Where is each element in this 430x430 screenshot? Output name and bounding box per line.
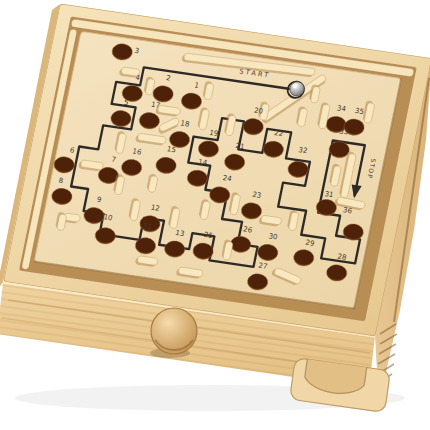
- hole-number-27: 27: [258, 261, 269, 271]
- hole-number-35: 35: [354, 106, 365, 116]
- hole-number-11: 11: [142, 221, 153, 231]
- hole-number-12: 12: [150, 203, 161, 213]
- hole-number-15: 15: [166, 144, 177, 154]
- hole-number-23: 23: [252, 190, 263, 200]
- hole-number-32: 32: [298, 145, 309, 155]
- hole-number-25: 25: [203, 230, 214, 240]
- labyrinth-product-photo: 1234567891011121314151617181920212223242…: [0, 0, 430, 430]
- hole-number-17: 17: [150, 100, 161, 110]
- maze-board: 1234567891011121314151617181920212223242…: [3, 4, 430, 337]
- hole-number-21: 21: [235, 141, 246, 151]
- maze-board-svg: 1234567891011121314151617181920212223242…: [3, 4, 430, 337]
- hole-number-33: 33: [339, 126, 350, 136]
- hole-number-13: 13: [175, 228, 186, 238]
- hole-number-22: 22: [273, 128, 284, 138]
- hole-number-31: 31: [324, 189, 335, 199]
